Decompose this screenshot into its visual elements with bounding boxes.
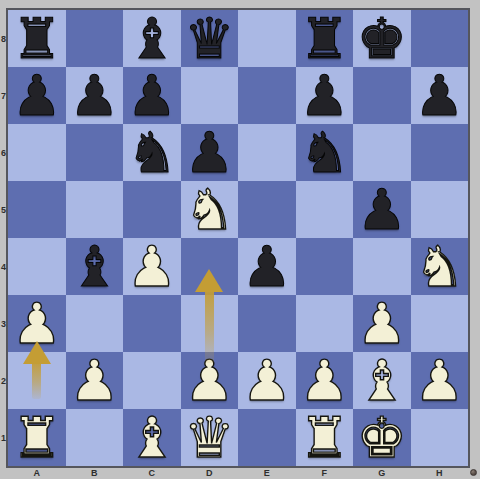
square-f5[interactable] <box>296 181 354 238</box>
square-c7[interactable]: ♟ <box>123 67 181 124</box>
black-knight-piece[interactable]: ♞ <box>299 124 349 181</box>
file-label-c: C <box>149 468 156 478</box>
square-b8[interactable] <box>66 10 124 67</box>
square-g4[interactable] <box>353 238 411 295</box>
chess-app-window: ♜♝♛♜♚♟♟♟♟♟♞♟♞♞♟♝♟♟♞♟♟♟♟♟♟♝♟♜♝♛♜♚ 8765432… <box>0 0 480 479</box>
file-label-e: E <box>264 468 270 478</box>
white-pawn-piece[interactable]: ♟ <box>357 295 407 352</box>
square-h5[interactable] <box>411 181 469 238</box>
rank-label-1: 1 <box>0 433 7 443</box>
square-e8[interactable] <box>238 10 296 67</box>
black-pawn-piece[interactable]: ♟ <box>12 67 62 124</box>
square-d5[interactable]: ♞ <box>181 181 239 238</box>
square-g7[interactable] <box>353 67 411 124</box>
square-a2[interactable] <box>8 352 66 409</box>
square-c4[interactable]: ♟ <box>123 238 181 295</box>
square-f2[interactable]: ♟ <box>296 352 354 409</box>
square-g3[interactable]: ♟ <box>353 295 411 352</box>
square-c6[interactable]: ♞ <box>123 124 181 181</box>
square-b2[interactable]: ♟ <box>66 352 124 409</box>
square-a3[interactable]: ♟ <box>8 295 66 352</box>
white-pawn-piece[interactable]: ♟ <box>414 352 464 409</box>
white-bishop-piece[interactable]: ♝ <box>127 409 177 466</box>
square-a8[interactable]: ♜ <box>8 10 66 67</box>
square-a4[interactable] <box>8 238 66 295</box>
square-h8[interactable] <box>411 10 469 67</box>
black-rook-piece[interactable]: ♜ <box>299 10 349 67</box>
square-e4[interactable]: ♟ <box>238 238 296 295</box>
square-g5[interactable]: ♟ <box>353 181 411 238</box>
square-h7[interactable]: ♟ <box>411 67 469 124</box>
square-h1[interactable] <box>411 409 469 466</box>
square-e2[interactable]: ♟ <box>238 352 296 409</box>
square-g6[interactable] <box>353 124 411 181</box>
square-f3[interactable] <box>296 295 354 352</box>
square-d6[interactable]: ♟ <box>181 124 239 181</box>
square-g8[interactable]: ♚ <box>353 10 411 67</box>
black-rook-piece[interactable]: ♜ <box>12 10 62 67</box>
black-pawn-piece[interactable]: ♟ <box>127 67 177 124</box>
black-pawn-piece[interactable]: ♟ <box>242 238 292 295</box>
square-c8[interactable]: ♝ <box>123 10 181 67</box>
white-pawn-piece[interactable]: ♟ <box>127 238 177 295</box>
black-pawn-piece[interactable]: ♟ <box>299 67 349 124</box>
square-e5[interactable] <box>238 181 296 238</box>
black-bishop-piece[interactable]: ♝ <box>127 10 177 67</box>
square-e6[interactable] <box>238 124 296 181</box>
resize-handle-dot[interactable] <box>470 469 477 476</box>
white-pawn-piece[interactable]: ♟ <box>242 352 292 409</box>
rank-label-8: 8 <box>0 34 7 44</box>
square-e7[interactable] <box>238 67 296 124</box>
square-h2[interactable]: ♟ <box>411 352 469 409</box>
white-pawn-piece[interactable]: ♟ <box>299 352 349 409</box>
rank-label-7: 7 <box>0 91 7 101</box>
square-a5[interactable] <box>8 181 66 238</box>
square-g1[interactable]: ♚ <box>353 409 411 466</box>
square-c2[interactable] <box>123 352 181 409</box>
square-a1[interactable]: ♜ <box>8 409 66 466</box>
square-e3[interactable] <box>238 295 296 352</box>
rank-label-3: 3 <box>0 319 7 329</box>
square-b3[interactable] <box>66 295 124 352</box>
black-pawn-piece[interactable]: ♟ <box>357 181 407 238</box>
square-d1[interactable]: ♛ <box>181 409 239 466</box>
rank-label-4: 4 <box>0 262 7 272</box>
square-d7[interactable] <box>181 67 239 124</box>
square-d2[interactable]: ♟ <box>181 352 239 409</box>
rank-label-6: 6 <box>0 148 7 158</box>
square-d4[interactable] <box>181 238 239 295</box>
square-c5[interactable] <box>123 181 181 238</box>
square-h3[interactable] <box>411 295 469 352</box>
square-c3[interactable] <box>123 295 181 352</box>
square-b1[interactable] <box>66 409 124 466</box>
white-pawn-piece[interactable]: ♟ <box>12 295 62 352</box>
square-b5[interactable] <box>66 181 124 238</box>
white-pawn-piece[interactable]: ♟ <box>69 352 119 409</box>
black-king-piece[interactable]: ♚ <box>357 10 407 67</box>
black-pawn-piece[interactable]: ♟ <box>184 124 234 181</box>
square-f7[interactable]: ♟ <box>296 67 354 124</box>
file-label-f: F <box>322 468 328 478</box>
square-h4[interactable]: ♞ <box>411 238 469 295</box>
white-queen-piece[interactable]: ♛ <box>184 409 234 466</box>
white-rook-piece[interactable]: ♜ <box>299 409 349 466</box>
rank-label-5: 5 <box>0 205 7 215</box>
square-f1[interactable]: ♜ <box>296 409 354 466</box>
square-b6[interactable] <box>66 124 124 181</box>
square-c1[interactable]: ♝ <box>123 409 181 466</box>
square-f6[interactable]: ♞ <box>296 124 354 181</box>
chess-board: ♜♝♛♜♚♟♟♟♟♟♞♟♞♞♟♝♟♟♞♟♟♟♟♟♟♝♟♜♝♛♜♚ <box>8 10 468 466</box>
white-king-piece[interactable]: ♚ <box>357 409 407 466</box>
square-e1[interactable] <box>238 409 296 466</box>
file-label-b: B <box>91 468 98 478</box>
square-d8[interactable]: ♛ <box>181 10 239 67</box>
square-f8[interactable]: ♜ <box>296 10 354 67</box>
file-label-h: H <box>436 468 443 478</box>
square-b7[interactable]: ♟ <box>66 67 124 124</box>
white-pawn-piece[interactable]: ♟ <box>184 352 234 409</box>
black-knight-piece[interactable]: ♞ <box>127 124 177 181</box>
square-g2[interactable]: ♝ <box>353 352 411 409</box>
square-b4[interactable]: ♝ <box>66 238 124 295</box>
square-a6[interactable] <box>8 124 66 181</box>
white-bishop-piece[interactable]: ♝ <box>357 352 407 409</box>
white-rook-piece[interactable]: ♜ <box>12 409 62 466</box>
file-label-g: G <box>378 468 385 478</box>
black-queen-piece[interactable]: ♛ <box>184 10 234 67</box>
black-pawn-piece[interactable]: ♟ <box>69 67 119 124</box>
file-label-a: A <box>34 468 41 478</box>
black-bishop-piece[interactable]: ♝ <box>69 238 119 295</box>
rank-label-2: 2 <box>0 376 7 386</box>
white-knight-piece[interactable]: ♞ <box>414 238 464 295</box>
square-a7[interactable]: ♟ <box>8 67 66 124</box>
square-h6[interactable] <box>411 124 469 181</box>
file-label-d: D <box>206 468 213 478</box>
white-knight-piece[interactable]: ♞ <box>184 181 234 238</box>
square-d3[interactable] <box>181 295 239 352</box>
square-f4[interactable] <box>296 238 354 295</box>
black-pawn-piece[interactable]: ♟ <box>414 67 464 124</box>
